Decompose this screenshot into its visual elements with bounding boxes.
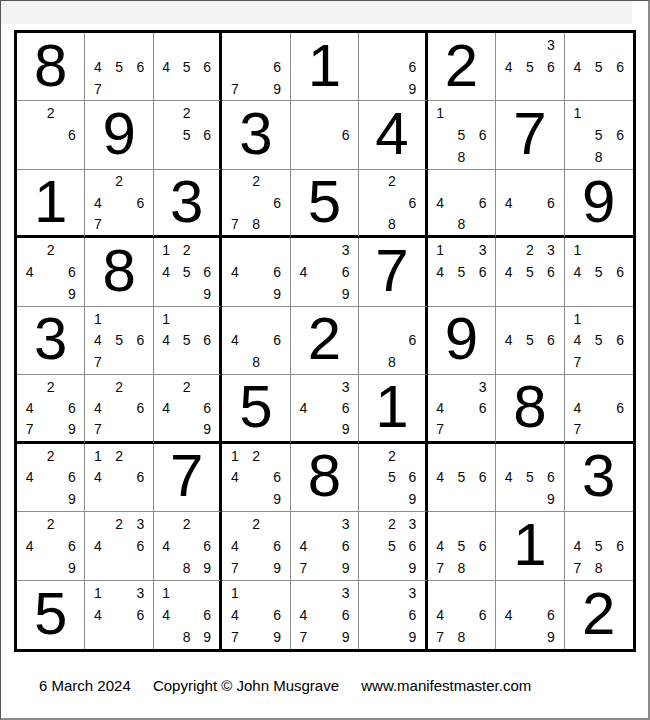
candidate-digit: 9 xyxy=(267,78,288,100)
candidate-digit: 4 xyxy=(430,261,451,283)
candidate-digit: 6 xyxy=(335,397,356,418)
candidate-digit: 7 xyxy=(87,78,108,100)
cell-r6c1[interactable]: 24679 xyxy=(17,375,85,443)
candidate-digit: 4 xyxy=(498,604,519,626)
cell-r8c7[interactable]: 45678 xyxy=(428,512,496,580)
cell-r5c4[interactable]: 468 xyxy=(222,307,290,375)
pencil-marks: 3469 xyxy=(291,238,358,305)
solved-digit: 9 xyxy=(102,104,135,164)
pencil-marks: 2469 xyxy=(154,375,219,440)
cell-r8c4[interactable]: 24679 xyxy=(222,512,290,580)
candidate-digit: 4 xyxy=(430,535,451,557)
pencil-marks: 4569 xyxy=(496,444,563,511)
pencil-marks: 468 xyxy=(428,170,495,235)
candidate-digit: 4 xyxy=(567,56,588,78)
candidate-digit: 7 xyxy=(430,626,451,648)
candidate-digit: 9 xyxy=(267,557,288,579)
cell-r9c6[interactable]: 369 xyxy=(359,581,427,649)
candidate-digit: 9 xyxy=(335,557,356,579)
candidate-digit: 1 xyxy=(156,239,176,261)
candidate-digit: 6 xyxy=(610,261,631,283)
candidate-digit: 5 xyxy=(519,466,540,488)
candidate-digit: 6 xyxy=(472,192,493,213)
candidate-digit: 6 xyxy=(540,466,561,488)
candidate-digit: 3 xyxy=(130,582,151,604)
candidate-digit: 9 xyxy=(197,626,217,648)
candidate-digit: 6 xyxy=(267,56,288,78)
candidate-digit: 4 xyxy=(567,330,588,352)
candidate-digit: 4 xyxy=(156,261,176,283)
candidate-digit: 2 xyxy=(109,445,130,467)
cell-r8c9[interactable]: 45678 xyxy=(565,512,633,580)
candidate-digit: 8 xyxy=(176,626,196,648)
pencil-marks: 4567 xyxy=(85,33,152,100)
candidate-digit: 9 xyxy=(540,626,561,648)
candidate-digit: 4 xyxy=(19,261,40,283)
candidate-digit: 5 xyxy=(519,56,540,78)
candidate-digit: 2 xyxy=(40,513,61,535)
candidate-digit: 9 xyxy=(335,419,356,440)
cell-r3c3[interactable]: 3 xyxy=(154,170,222,238)
cell-r1c7[interactable]: 2 xyxy=(428,33,496,101)
candidate-digit: 3 xyxy=(130,513,151,535)
candidate-digit: 1 xyxy=(87,582,108,604)
cell-r1c5[interactable]: 1 xyxy=(291,33,359,101)
candidate-digit: 6 xyxy=(130,604,151,626)
candidate-digit: 6 xyxy=(130,56,151,78)
candidate-digit: 4 xyxy=(156,330,176,352)
cell-r4c8[interactable]: 23456 xyxy=(496,238,564,306)
candidate-digit: 9 xyxy=(267,283,288,305)
candidate-digit: 6 xyxy=(335,261,356,283)
cell-r8c2[interactable]: 2346 xyxy=(85,512,153,580)
cell-r1c6[interactable]: 69 xyxy=(359,33,427,101)
candidate-digit: 2 xyxy=(40,445,61,467)
candidate-digit: 4 xyxy=(430,604,451,626)
cell-r7c3[interactable]: 7 xyxy=(154,444,222,512)
candidate-digit: 3 xyxy=(472,239,493,261)
cell-r6c7[interactable]: 3467 xyxy=(428,375,496,443)
candidate-digit: 8 xyxy=(382,213,402,234)
solved-digit: 1 xyxy=(308,36,341,96)
cell-r3c4[interactable]: 2678 xyxy=(222,170,290,238)
candidate-digit: 4 xyxy=(498,56,519,78)
top-margin-strip xyxy=(1,1,632,24)
cell-r9c4[interactable]: 14679 xyxy=(222,581,290,649)
pencil-marks: 45678 xyxy=(428,512,495,579)
pencil-marks: 456 xyxy=(154,33,219,100)
candidate-digit: 1 xyxy=(224,445,245,467)
candidate-digit: 5 xyxy=(176,261,196,283)
candidate-digit: 6 xyxy=(402,192,422,213)
candidate-digit: 8 xyxy=(451,146,472,168)
cell-r4c9[interactable]: 1456 xyxy=(565,238,633,306)
cell-r2c5[interactable]: 6 xyxy=(291,101,359,169)
cell-r6c6[interactable]: 1 xyxy=(359,375,427,443)
candidate-digit: 6 xyxy=(267,466,288,488)
candidate-digit: 8 xyxy=(451,557,472,579)
candidate-digit: 6 xyxy=(197,261,217,283)
cell-r6c5[interactable]: 3469 xyxy=(291,375,359,443)
candidate-digit: 6 xyxy=(267,330,288,352)
candidate-digit: 9 xyxy=(197,283,217,305)
copyright-text: Copyright © John Musgrave xyxy=(153,677,339,694)
pencil-marks: 2346 xyxy=(85,512,152,579)
candidate-digit: 9 xyxy=(335,626,356,648)
pencil-marks: 1568 xyxy=(428,101,495,168)
candidate-digit: 8 xyxy=(588,146,609,168)
cell-r2c3[interactable]: 256 xyxy=(154,101,222,169)
candidate-digit: 9 xyxy=(402,78,422,100)
cell-r3c5[interactable]: 5 xyxy=(291,170,359,238)
candidate-digit: 3 xyxy=(335,239,356,261)
pencil-marks: 1568 xyxy=(565,101,633,168)
cell-r3c1[interactable]: 1 xyxy=(17,170,85,238)
candidate-digit: 4 xyxy=(156,397,176,418)
candidate-digit: 4 xyxy=(87,535,108,557)
pencil-marks: 469 xyxy=(222,238,289,305)
candidate-digit: 5 xyxy=(109,330,130,352)
candidate-digit: 2 xyxy=(40,239,61,261)
cell-r8c6[interactable]: 23569 xyxy=(359,512,427,580)
candidate-digit: 5 xyxy=(588,330,609,352)
candidate-digit: 7 xyxy=(87,213,108,234)
pencil-marks: 46 xyxy=(496,170,563,235)
candidate-digit: 4 xyxy=(224,535,245,557)
candidate-digit: 6 xyxy=(197,56,217,78)
candidate-digit: 5 xyxy=(176,124,196,146)
candidate-digit: 4 xyxy=(87,192,108,213)
cell-r5c8[interactable]: 456 xyxy=(496,307,564,375)
candidate-digit: 2 xyxy=(245,513,266,535)
candidate-digit: 6 xyxy=(335,604,356,626)
candidate-digit: 7 xyxy=(224,213,245,234)
cell-r5c7[interactable]: 9 xyxy=(428,307,496,375)
solved-digit: 3 xyxy=(170,172,203,232)
cell-r2c8[interactable]: 7 xyxy=(496,101,564,169)
cell-r8c8[interactable]: 1 xyxy=(496,512,564,580)
candidate-digit: 2 xyxy=(40,102,61,124)
solved-digit: 1 xyxy=(34,172,67,232)
pencil-marks: 2678 xyxy=(222,170,289,235)
candidate-digit: 1 xyxy=(224,582,245,604)
candidate-digit: 5 xyxy=(451,466,472,488)
candidate-digit: 4 xyxy=(293,261,314,283)
cell-r5c1[interactable]: 3 xyxy=(17,307,85,375)
solved-digit: 8 xyxy=(102,241,135,301)
cell-r3c8[interactable]: 46 xyxy=(496,170,564,238)
cell-r7c4[interactable]: 12469 xyxy=(222,444,290,512)
pencil-marks: 1456 xyxy=(565,238,633,305)
cell-r1c3[interactable]: 456 xyxy=(154,33,222,101)
candidate-digit: 6 xyxy=(540,261,561,283)
cell-r7c6[interactable]: 2569 xyxy=(359,444,427,512)
candidate-digit: 6 xyxy=(540,192,561,213)
pencil-marks: 369 xyxy=(359,581,424,649)
cell-r9c8[interactable]: 469 xyxy=(496,581,564,649)
cell-r9c3[interactable]: 14689 xyxy=(154,581,222,649)
pencil-marks: 1246 xyxy=(85,444,152,511)
candidate-digit: 1 xyxy=(156,308,176,330)
candidate-digit: 9 xyxy=(402,488,422,510)
cell-r8c5[interactable]: 34679 xyxy=(291,512,359,580)
candidate-digit: 6 xyxy=(267,192,288,213)
candidate-digit: 4 xyxy=(498,261,519,283)
candidate-digit: 2 xyxy=(176,513,196,535)
candidate-digit: 1 xyxy=(430,102,451,124)
cell-r2c7[interactable]: 1568 xyxy=(428,101,496,169)
cell-r2c4[interactable]: 3 xyxy=(222,101,290,169)
cell-r7c7[interactable]: 456 xyxy=(428,444,496,512)
cell-r7c9[interactable]: 3 xyxy=(565,444,633,512)
cell-r8c1[interactable]: 2469 xyxy=(17,512,85,580)
candidate-digit: 6 xyxy=(267,604,288,626)
pencil-marks: 45678 xyxy=(565,512,633,579)
pencil-marks: 124569 xyxy=(154,238,219,305)
cell-r6c9[interactable]: 467 xyxy=(565,375,633,443)
candidate-digit: 4 xyxy=(430,397,451,418)
cell-r9c2[interactable]: 1346 xyxy=(85,581,153,649)
candidate-digit: 5 xyxy=(588,56,609,78)
pencil-marks: 268 xyxy=(359,170,424,235)
solved-digit: 8 xyxy=(308,446,341,506)
candidate-digit: 2 xyxy=(109,376,130,397)
candidate-digit: 1 xyxy=(430,239,451,261)
solved-digit: 1 xyxy=(513,515,546,575)
cell-r4c6[interactable]: 7 xyxy=(359,238,427,306)
candidate-digit: 4 xyxy=(498,466,519,488)
candidate-digit: 6 xyxy=(472,124,493,146)
solved-digit: 7 xyxy=(170,446,203,506)
candidate-digit: 2 xyxy=(176,376,196,397)
cell-r4c5[interactable]: 3469 xyxy=(291,238,359,306)
cell-r5c5[interactable]: 2 xyxy=(291,307,359,375)
cell-r6c3[interactable]: 2469 xyxy=(154,375,222,443)
candidate-digit: 7 xyxy=(567,351,588,373)
candidate-digit: 9 xyxy=(267,488,288,510)
cell-r1c4[interactable]: 679 xyxy=(222,33,290,101)
candidate-digit: 2 xyxy=(109,171,130,192)
candidate-digit: 6 xyxy=(61,397,82,418)
candidate-digit: 4 xyxy=(156,56,176,78)
cell-r7c2[interactable]: 1246 xyxy=(85,444,153,512)
candidate-digit: 1 xyxy=(567,239,588,261)
candidate-digit: 5 xyxy=(382,466,402,488)
cell-r1c8[interactable]: 3456 xyxy=(496,33,564,101)
cell-r3c9[interactable]: 9 xyxy=(565,170,633,238)
pencil-marks: 26 xyxy=(17,101,84,168)
candidate-digit: 2 xyxy=(176,239,196,261)
candidate-digit: 5 xyxy=(451,535,472,557)
candidate-digit: 2 xyxy=(382,513,402,535)
candidate-digit: 3 xyxy=(472,376,493,397)
candidate-digit: 3 xyxy=(540,239,561,261)
pencil-marks: 12469 xyxy=(222,444,289,511)
candidate-digit: 8 xyxy=(588,557,609,579)
pencil-marks: 456 xyxy=(565,33,633,100)
solved-digit: 2 xyxy=(308,309,341,369)
candidate-digit: 1 xyxy=(567,102,588,124)
pencil-marks: 468 xyxy=(222,307,289,374)
candidate-digit: 6 xyxy=(267,261,288,283)
cell-r4c2[interactable]: 8 xyxy=(85,238,153,306)
candidate-digit: 6 xyxy=(610,535,631,557)
candidate-digit: 8 xyxy=(176,557,196,579)
candidate-digit: 9 xyxy=(61,557,82,579)
cell-r5c6[interactable]: 68 xyxy=(359,307,427,375)
candidate-digit: 9 xyxy=(197,419,217,440)
candidate-digit: 4 xyxy=(87,330,108,352)
candidate-digit: 4 xyxy=(87,56,108,78)
cell-r3c6[interactable]: 268 xyxy=(359,170,427,238)
pencil-marks: 24679 xyxy=(222,512,289,579)
cell-r5c2[interactable]: 14567 xyxy=(85,307,153,375)
candidate-digit: 4 xyxy=(156,535,176,557)
pencil-marks: 3467 xyxy=(428,375,495,440)
candidate-digit: 4 xyxy=(224,604,245,626)
candidate-digit: 2 xyxy=(382,171,402,192)
cell-r8c3[interactable]: 24689 xyxy=(154,512,222,580)
candidate-digit: 4 xyxy=(498,330,519,352)
pencil-marks: 34679 xyxy=(291,512,358,579)
cell-r9c7[interactable]: 4678 xyxy=(428,581,496,649)
cell-r1c9[interactable]: 456 xyxy=(565,33,633,101)
candidate-digit: 5 xyxy=(588,261,609,283)
solved-digit: 5 xyxy=(239,377,272,437)
candidate-digit: 5 xyxy=(588,535,609,557)
sudoku-board: 8456745667916923456456269256364156871568… xyxy=(14,30,636,652)
pencil-marks: 2469 xyxy=(17,512,84,579)
candidate-digit: 9 xyxy=(197,557,217,579)
pencil-marks: 4678 xyxy=(428,581,495,649)
pencil-marks: 68 xyxy=(359,307,424,374)
pencil-marks: 1346 xyxy=(85,581,152,649)
candidate-digit: 9 xyxy=(335,283,356,305)
candidate-digit: 3 xyxy=(402,582,422,604)
candidate-digit: 9 xyxy=(61,488,82,510)
pencil-marks: 1456 xyxy=(154,307,219,374)
pencil-marks: 2469 xyxy=(17,444,84,511)
candidate-digit: 7 xyxy=(567,557,588,579)
candidate-digit: 6 xyxy=(197,535,217,557)
pencil-marks: 24679 xyxy=(17,375,84,440)
pencil-marks: 2467 xyxy=(85,170,152,235)
cell-r6c4[interactable]: 5 xyxy=(222,375,290,443)
candidate-digit: 5 xyxy=(176,330,196,352)
candidate-digit: 4 xyxy=(498,192,519,213)
website-text: www.manifestmaster.com xyxy=(361,677,531,694)
candidate-digit: 6 xyxy=(130,330,151,352)
candidate-digit: 4 xyxy=(224,261,245,283)
pencil-marks: 24689 xyxy=(154,512,219,579)
pencil-marks: 2569 xyxy=(359,444,424,511)
pencil-marks: 14567 xyxy=(565,307,633,374)
cell-r7c1[interactable]: 2469 xyxy=(17,444,85,512)
cell-r7c5[interactable]: 8 xyxy=(291,444,359,512)
cell-r4c1[interactable]: 2469 xyxy=(17,238,85,306)
cell-r7c8[interactable]: 4569 xyxy=(496,444,564,512)
cell-r9c9[interactable]: 2 xyxy=(565,581,633,649)
candidate-digit: 4 xyxy=(293,397,314,418)
candidate-digit: 8 xyxy=(245,351,266,373)
candidate-digit: 6 xyxy=(402,604,422,626)
candidate-digit: 4 xyxy=(87,466,108,488)
candidate-digit: 5 xyxy=(176,56,196,78)
cell-r3c7[interactable]: 468 xyxy=(428,170,496,238)
solved-digit: 5 xyxy=(34,584,67,644)
cell-r4c4[interactable]: 469 xyxy=(222,238,290,306)
cell-r1c1[interactable]: 8 xyxy=(17,33,85,101)
cell-r2c6[interactable]: 4 xyxy=(359,101,427,169)
candidate-digit: 8 xyxy=(382,351,402,373)
solved-digit: 8 xyxy=(513,377,546,437)
candidate-digit: 5 xyxy=(382,535,402,557)
solved-digit: 3 xyxy=(582,446,615,506)
solved-digit: 1 xyxy=(375,377,408,437)
candidate-digit: 6 xyxy=(267,535,288,557)
candidate-digit: 6 xyxy=(610,397,631,418)
candidate-digit: 6 xyxy=(197,330,217,352)
cell-r4c7[interactable]: 13456 xyxy=(428,238,496,306)
candidate-digit: 5 xyxy=(451,261,472,283)
candidate-digit: 6 xyxy=(61,261,82,283)
candidate-digit: 8 xyxy=(451,626,472,648)
cell-r2c1[interactable]: 26 xyxy=(17,101,85,169)
candidate-digit: 1 xyxy=(156,582,176,604)
candidate-digit: 6 xyxy=(130,535,151,557)
candidate-digit: 4 xyxy=(430,466,451,488)
candidate-digit: 7 xyxy=(293,626,314,648)
cell-r1c2[interactable]: 4567 xyxy=(85,33,153,101)
cell-r3c2[interactable]: 2467 xyxy=(85,170,153,238)
pencil-marks: 23456 xyxy=(496,238,563,305)
cell-r2c2[interactable]: 9 xyxy=(85,101,153,169)
pencil-marks: 469 xyxy=(496,581,563,649)
pencil-marks: 14567 xyxy=(85,307,152,374)
solved-digit: 5 xyxy=(308,172,341,232)
candidate-digit: 2 xyxy=(176,102,196,124)
pencil-marks: 467 xyxy=(565,375,633,440)
puzzle-date: 6 March 2024 xyxy=(39,677,131,694)
candidate-digit: 6 xyxy=(402,535,422,557)
candidate-digit: 9 xyxy=(402,557,422,579)
cell-r6c8[interactable]: 8 xyxy=(496,375,564,443)
cell-r5c9[interactable]: 14567 xyxy=(565,307,633,375)
solved-digit: 7 xyxy=(513,104,546,164)
cell-r6c2[interactable]: 2467 xyxy=(85,375,153,443)
candidate-digit: 6 xyxy=(61,466,82,488)
cell-r4c3[interactable]: 124569 xyxy=(154,238,222,306)
candidate-digit: 5 xyxy=(588,124,609,146)
cell-r9c5[interactable]: 34679 xyxy=(291,581,359,649)
cell-r5c3[interactable]: 1456 xyxy=(154,307,222,375)
candidate-digit: 2 xyxy=(40,376,61,397)
candidate-digit: 2 xyxy=(245,445,266,467)
candidate-digit: 6 xyxy=(610,56,631,78)
candidate-digit: 6 xyxy=(197,397,217,418)
candidate-digit: 6 xyxy=(402,56,422,78)
candidate-digit: 5 xyxy=(109,56,130,78)
candidate-digit: 2 xyxy=(109,513,130,535)
candidate-digit: 7 xyxy=(293,557,314,579)
pencil-marks: 679 xyxy=(222,33,289,100)
cell-r9c1[interactable]: 5 xyxy=(17,581,85,649)
candidate-digit: 6 xyxy=(130,466,151,488)
candidate-digit: 6 xyxy=(335,535,356,557)
pencil-marks: 2469 xyxy=(17,238,84,305)
candidate-digit: 6 xyxy=(472,397,493,418)
cell-r2c9[interactable]: 1568 xyxy=(565,101,633,169)
